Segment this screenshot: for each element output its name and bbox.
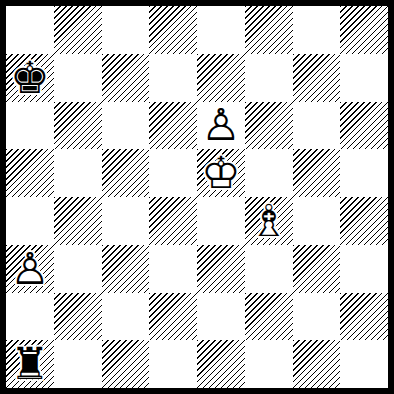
- square-c1[interactable]: [102, 340, 150, 388]
- square-e7[interactable]: [197, 54, 245, 102]
- square-b4[interactable]: [54, 197, 102, 245]
- chess-board-frame: ♚♚♟♙♚♔♝♗♟♙♜♜: [0, 0, 394, 394]
- square-e3[interactable]: [197, 245, 245, 293]
- square-c3[interactable]: [102, 245, 150, 293]
- square-b5[interactable]: [54, 149, 102, 197]
- square-d7[interactable]: [149, 54, 197, 102]
- piece-white-pawn[interactable]: ♙: [197, 102, 245, 150]
- square-e2[interactable]: [197, 293, 245, 341]
- square-f2[interactable]: [245, 293, 293, 341]
- square-h5[interactable]: [340, 149, 388, 197]
- square-d3[interactable]: [149, 245, 197, 293]
- square-e6[interactable]: ♟♙: [197, 102, 245, 150]
- square-h1[interactable]: [340, 340, 388, 388]
- square-c4[interactable]: [102, 197, 150, 245]
- square-h6[interactable]: [340, 102, 388, 150]
- square-a8[interactable]: [6, 6, 54, 54]
- piece-black-rook[interactable]: ♜: [6, 340, 54, 388]
- square-d8[interactable]: [149, 6, 197, 54]
- square-b6[interactable]: [54, 102, 102, 150]
- square-f4[interactable]: ♝♗: [245, 197, 293, 245]
- square-f3[interactable]: [245, 245, 293, 293]
- square-e4[interactable]: [197, 197, 245, 245]
- square-c8[interactable]: [102, 6, 150, 54]
- square-c2[interactable]: [102, 293, 150, 341]
- square-b3[interactable]: [54, 245, 102, 293]
- square-c7[interactable]: [102, 54, 150, 102]
- square-h8[interactable]: [340, 6, 388, 54]
- piece-white-king[interactable]: ♔: [197, 149, 245, 197]
- square-h4[interactable]: [340, 197, 388, 245]
- square-c6[interactable]: [102, 102, 150, 150]
- square-g3[interactable]: [293, 245, 341, 293]
- square-c5[interactable]: [102, 149, 150, 197]
- square-f7[interactable]: [245, 54, 293, 102]
- square-f1[interactable]: [245, 340, 293, 388]
- square-f8[interactable]: [245, 6, 293, 54]
- square-h2[interactable]: [340, 293, 388, 341]
- square-d4[interactable]: [149, 197, 197, 245]
- square-f5[interactable]: [245, 149, 293, 197]
- square-g1[interactable]: [293, 340, 341, 388]
- square-e1[interactable]: [197, 340, 245, 388]
- square-g6[interactable]: [293, 102, 341, 150]
- piece-white-bishop[interactable]: ♗: [245, 197, 293, 245]
- piece-white-pawn[interactable]: ♙: [6, 245, 54, 293]
- square-g4[interactable]: [293, 197, 341, 245]
- square-e5[interactable]: ♚♔: [197, 149, 245, 197]
- square-d5[interactable]: [149, 149, 197, 197]
- square-b1[interactable]: [54, 340, 102, 388]
- square-h3[interactable]: [340, 245, 388, 293]
- square-a1[interactable]: ♜♜: [6, 340, 54, 388]
- square-b8[interactable]: [54, 6, 102, 54]
- square-a7[interactable]: ♚♚: [6, 54, 54, 102]
- piece-black-king[interactable]: ♚: [6, 54, 54, 102]
- square-a5[interactable]: [6, 149, 54, 197]
- square-d1[interactable]: [149, 340, 197, 388]
- square-a3[interactable]: ♟♙: [6, 245, 54, 293]
- square-a6[interactable]: [6, 102, 54, 150]
- square-b2[interactable]: [54, 293, 102, 341]
- square-g5[interactable]: [293, 149, 341, 197]
- square-b7[interactable]: [54, 54, 102, 102]
- square-e8[interactable]: [197, 6, 245, 54]
- square-g8[interactable]: [293, 6, 341, 54]
- square-g2[interactable]: [293, 293, 341, 341]
- square-a4[interactable]: [6, 197, 54, 245]
- square-g7[interactable]: [293, 54, 341, 102]
- square-h7[interactable]: [340, 54, 388, 102]
- square-d2[interactable]: [149, 293, 197, 341]
- square-d6[interactable]: [149, 102, 197, 150]
- square-a2[interactable]: [6, 293, 54, 341]
- chess-board: ♚♚♟♙♚♔♝♗♟♙♜♜: [6, 6, 388, 388]
- square-f6[interactable]: [245, 102, 293, 150]
